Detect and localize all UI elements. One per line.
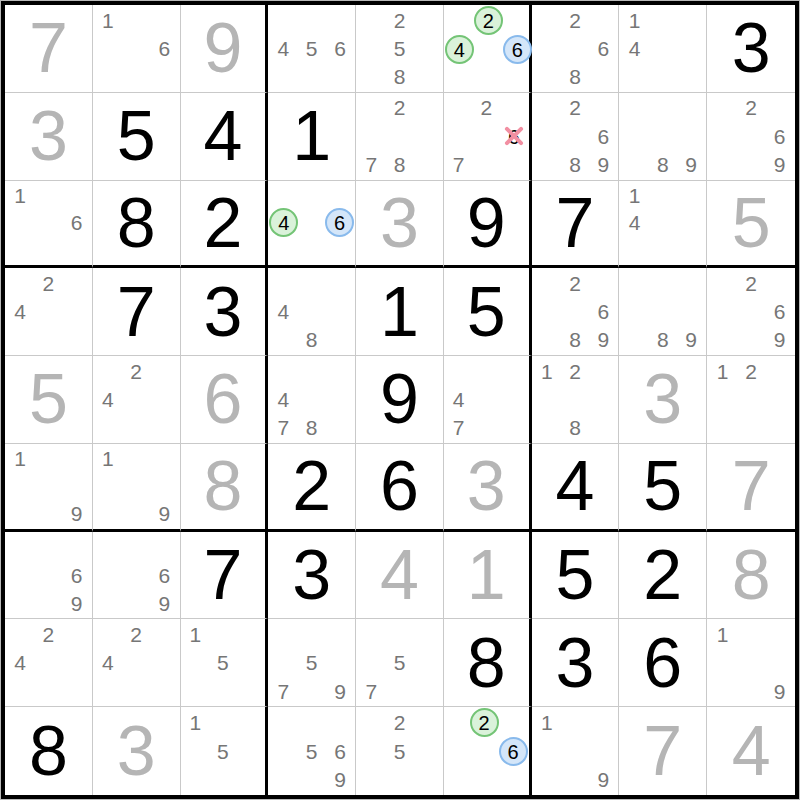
candidate-slot-7 <box>357 63 385 91</box>
given-digit: 7 <box>117 277 156 347</box>
cell-r3c1[interactable]: 16 <box>5 181 93 269</box>
candidate-slot-6: 6 <box>765 298 794 326</box>
cell-r2c7[interactable]: 2689 <box>532 93 620 181</box>
cell-r1c7[interactable]: 268 <box>532 5 620 93</box>
candidate-1: 1 <box>102 448 114 469</box>
cell-r9c7[interactable]: 19 <box>532 707 620 795</box>
candidate-slot-1 <box>533 6 561 34</box>
candidate-slot-1 <box>445 94 473 122</box>
given-digit: 2 <box>292 451 331 521</box>
candidate-5: 5 <box>394 38 406 59</box>
cell-r9c6[interactable]: 26 <box>444 707 532 795</box>
candidate-2: 2 <box>43 624 55 645</box>
candidate-slot-9 <box>63 326 91 354</box>
candidate-slot-7 <box>533 326 561 354</box>
candidate-slot-5 <box>561 298 589 326</box>
candidate-slot-4 <box>357 34 385 62</box>
candidate-slot-6 <box>677 122 705 150</box>
cell-r4c5[interactable]: 1 <box>356 268 444 356</box>
candidate-slot-2 <box>737 620 766 648</box>
cell-r2c2[interactable]: 5 <box>93 93 181 181</box>
candidate-1: 1 <box>629 185 641 206</box>
cell-r4c3[interactable]: 3 <box>181 268 269 356</box>
cell-r3c3[interactable]: 2 <box>181 181 269 269</box>
candidate-slot-9 <box>414 677 442 705</box>
candidate-7: 7 <box>278 417 290 438</box>
candidate-slot-5: 5 <box>385 649 413 677</box>
candidate-6: 6 <box>334 38 346 59</box>
candidate-6: 6 <box>774 126 786 147</box>
candidate-slot-1 <box>708 94 737 122</box>
candidate-9: 9 <box>685 154 697 175</box>
cell-r7c7[interactable]: 5 <box>532 532 620 620</box>
candidate-slot-2 <box>385 620 413 648</box>
cell-r4c8[interactable]: 89 <box>619 268 707 356</box>
cell-r7c8[interactable]: 2 <box>619 532 707 620</box>
candidate-slot-4 <box>533 298 561 326</box>
solved-digit: 3 <box>467 451 506 521</box>
candidate-slot-8: 8 <box>385 63 413 91</box>
cell-r8c2[interactable]: 24 <box>93 619 181 707</box>
candidate-slot-3 <box>503 6 532 35</box>
candidate-slot-9 <box>503 64 532 91</box>
cell-r8c8[interactable]: 6 <box>619 619 707 707</box>
candidate-slot-5 <box>34 298 62 326</box>
given-digit: 8 <box>467 628 506 698</box>
candidate-slot-5 <box>649 34 677 62</box>
green-circled-candidate-4: 4 <box>269 208 298 237</box>
candidate-slot-2 <box>122 6 150 34</box>
solved-digit: 8 <box>732 540 771 610</box>
candidate-slot-9: 9 <box>63 500 91 528</box>
candidate-slot-8 <box>122 677 150 705</box>
candidate-slot-2 <box>209 620 237 648</box>
cell-r6c1[interactable]: 19 <box>5 444 93 532</box>
cell-r7c6[interactable]: 1 <box>444 532 532 620</box>
candidate-slot-4 <box>708 298 737 326</box>
candidate-grid: 19 <box>708 620 794 705</box>
candidate-slot-4: 4 <box>445 35 474 64</box>
candidate-slot-1 <box>269 6 297 34</box>
cell-r3c2[interactable]: 8 <box>93 181 181 269</box>
candidate-9: 9 <box>774 681 786 702</box>
given-digit: 3 <box>556 628 595 698</box>
candidate-slot-6 <box>63 472 91 500</box>
candidate-slot-6: 6 <box>63 209 91 237</box>
candidate-grid: 14 <box>620 6 705 91</box>
candidate-slot-6: 6 <box>63 561 91 589</box>
candidate-slot-8: 8 <box>561 63 589 91</box>
candidate-slot-9: 9 <box>150 589 178 617</box>
candidate-slot-2 <box>649 269 677 297</box>
cell-r1c4[interactable]: 456 <box>268 5 356 93</box>
candidate-slot-3 <box>150 6 178 34</box>
cell-r3c6[interactable]: 9 <box>444 181 532 269</box>
candidate-grid: 89 <box>620 94 705 179</box>
candidate-slot-2 <box>34 445 62 473</box>
candidate-slot-8: 8 <box>649 150 677 178</box>
candidate-slot-2 <box>122 445 150 473</box>
candidate-1: 1 <box>717 361 729 382</box>
candidate-slot-4: 4 <box>620 34 648 62</box>
cell-r8c7[interactable]: 3 <box>532 619 620 707</box>
candidate-9: 9 <box>774 154 786 175</box>
candidate-grid: 258 <box>357 6 442 91</box>
candidate-slot-6 <box>414 122 442 150</box>
candidate-slot-7 <box>6 326 34 354</box>
cell-r5c3[interactable]: 6 <box>181 356 269 444</box>
candidate-2: 2 <box>394 712 406 733</box>
candidate-slot-2 <box>34 533 62 561</box>
candidate-slot-3 <box>237 708 265 737</box>
candidate-slot-1: 1 <box>6 445 34 473</box>
candidate-8: 8 <box>394 154 406 175</box>
candidate-slot-8 <box>474 64 503 91</box>
cell-r1c5[interactable]: 258 <box>356 5 444 93</box>
cell-r4c1[interactable]: 24 <box>5 268 93 356</box>
candidate-slot-8 <box>122 500 150 528</box>
candidate-slot-3 <box>63 269 91 297</box>
candidate-grid: 14 <box>620 182 705 265</box>
candidate-slot-3 <box>765 269 794 297</box>
candidate-slot-1 <box>357 620 385 648</box>
green-circled-candidate-4: 4 <box>445 35 474 64</box>
candidate-slot-2: 2 <box>122 357 150 385</box>
candidate-slot-1: 1 <box>182 708 210 737</box>
candidate-slot-4 <box>6 472 34 500</box>
candidate-slot-3 <box>765 620 794 648</box>
given-digit: 1 <box>380 277 419 347</box>
candidate-grid: 12 <box>708 357 794 442</box>
cell-r8c1[interactable]: 24 <box>5 619 93 707</box>
candidate-slot-3 <box>150 357 178 385</box>
cell-r2c4[interactable]: 1 <box>268 93 356 181</box>
cell-r9c9[interactable]: 4 <box>707 707 795 795</box>
candidate-slot-1: 1 <box>620 6 648 34</box>
candidate-slot-2 <box>34 182 62 210</box>
candidate-slot-8: 8 <box>385 150 413 178</box>
cell-r6c3[interactable]: 8 <box>181 444 269 532</box>
solved-digit: 7 <box>29 13 68 83</box>
candidate-slot-8 <box>649 237 677 265</box>
candidate-slot-6: 6 <box>500 122 528 150</box>
candidate-slot-6: 6 <box>326 737 354 766</box>
candidate-4: 4 <box>278 38 290 59</box>
cell-r8c4[interactable]: 579 <box>268 619 356 707</box>
candidate-slot-5 <box>474 35 503 64</box>
cell-r6c4[interactable]: 2 <box>268 444 356 532</box>
candidate-8: 8 <box>569 66 581 87</box>
given-digit: 5 <box>556 540 595 610</box>
candidate-slot-4 <box>708 649 737 677</box>
cell-r3c4[interactable]: 46 <box>268 181 356 269</box>
candidate-slot-1 <box>94 620 122 648</box>
candidate-slot-9: 9 <box>63 589 91 617</box>
cell-r7c5[interactable]: 4 <box>356 532 444 620</box>
candidate-slot-9 <box>500 414 528 442</box>
given-digit: 5 <box>467 277 506 347</box>
cell-r4c2[interactable]: 7 <box>93 268 181 356</box>
candidate-slot-6 <box>589 385 617 413</box>
cell-r5c5[interactable]: 9 <box>356 356 444 444</box>
candidate-slot-8 <box>34 677 62 705</box>
given-digit: 6 <box>643 628 682 698</box>
candidate-1: 1 <box>541 361 553 382</box>
candidate-slot-7 <box>620 326 648 354</box>
candidate-6: 6 <box>597 38 609 59</box>
given-digit: 8 <box>117 188 156 258</box>
candidate-4: 4 <box>14 301 26 322</box>
candidate-slot-6 <box>589 737 617 766</box>
candidate-slot-3 <box>414 94 442 122</box>
candidate-1: 1 <box>14 185 26 206</box>
candidate-slot-5 <box>122 561 150 589</box>
candidate-slot-6: 6 <box>150 34 178 62</box>
cell-r7c3[interactable]: 7 <box>181 532 269 620</box>
candidate-slot-9: 9 <box>765 326 794 354</box>
candidate-slot-7 <box>94 500 122 528</box>
given-digit: 1 <box>292 101 331 171</box>
candidate-grid: 48 <box>269 269 354 354</box>
cell-r7c4[interactable]: 3 <box>268 532 356 620</box>
cell-r5c8[interactable]: 3 <box>619 356 707 444</box>
candidate-slot-4: 4 <box>94 649 122 677</box>
candidate-slot-4 <box>533 122 561 150</box>
candidate-slot-9: 9 <box>589 326 617 354</box>
cell-r1c2[interactable]: 16 <box>93 5 181 93</box>
cell-r1c8[interactable]: 14 <box>619 5 707 93</box>
candidate-slot-6 <box>765 385 794 413</box>
candidate-slot-3 <box>677 94 705 122</box>
candidate-grid: 269 <box>708 94 794 179</box>
cell-r9c8[interactable]: 7 <box>619 707 707 795</box>
cell-r8c3[interactable]: 15 <box>181 619 269 707</box>
candidate-slot-2: 2 <box>737 357 766 385</box>
candidate-slot-9: 9 <box>765 150 794 178</box>
solved-digit: 8 <box>203 451 242 521</box>
cell-r6c5[interactable]: 6 <box>356 444 444 532</box>
given-digit: 3 <box>203 277 242 347</box>
cell-r2c6[interactable]: 267 <box>444 93 532 181</box>
candidate-6: 6 <box>71 565 83 586</box>
candidate-slot-5 <box>561 385 589 413</box>
candidate-4: 4 <box>453 389 465 410</box>
cell-r5c2[interactable]: 24 <box>93 356 181 444</box>
candidate-slot-9 <box>150 414 178 442</box>
candidate-slot-7 <box>708 326 737 354</box>
candidate-slot-1 <box>94 533 122 561</box>
candidate-slot-7 <box>94 414 122 442</box>
candidate-slot-4 <box>182 737 210 766</box>
cell-r4c7[interactable]: 2689 <box>532 268 620 356</box>
candidate-slot-7 <box>620 237 648 265</box>
candidate-slot-3 <box>589 708 617 737</box>
candidate-slot-8 <box>298 765 326 794</box>
cell-r1c9[interactable]: 3 <box>707 5 795 93</box>
given-digit: 6 <box>380 451 419 521</box>
candidate-8: 8 <box>569 417 581 438</box>
cell-r9c2[interactable]: 3 <box>93 707 181 795</box>
given-digit: 7 <box>203 540 242 610</box>
candidate-slot-3 <box>500 94 528 122</box>
candidate-slot-6 <box>414 737 442 766</box>
candidate-grid: 128 <box>533 357 618 442</box>
cell-r1c1[interactable]: 7 <box>5 5 93 93</box>
cell-r9c5[interactable]: 25 <box>356 707 444 795</box>
cell-r6c8[interactable]: 5 <box>619 444 707 532</box>
candidate-slot-4: 4 <box>6 298 34 326</box>
cell-r1c3[interactable]: 9 <box>181 5 269 93</box>
candidate-5: 5 <box>394 741 406 762</box>
candidate-slot-5 <box>561 34 589 62</box>
candidate-slot-6 <box>414 649 442 677</box>
candidate-slot-1 <box>445 357 473 385</box>
cell-r8c6[interactable]: 8 <box>444 619 532 707</box>
solved-digit: 7 <box>643 716 682 786</box>
candidate-slot-4 <box>6 561 34 589</box>
candidate-grid: 19 <box>6 445 91 528</box>
candidate-slot-5 <box>472 385 500 413</box>
cell-r5c6[interactable]: 47 <box>444 356 532 444</box>
candidate-slot-1 <box>269 357 297 385</box>
given-digit: 8 <box>29 716 68 786</box>
candidate-slot-9 <box>325 237 354 264</box>
cell-r6c6[interactable]: 3 <box>444 444 532 532</box>
candidate-slot-5 <box>649 122 677 150</box>
candidate-slot-8 <box>122 414 150 442</box>
candidate-slot-3 <box>589 269 617 297</box>
cell-r9c4[interactable]: 569 <box>268 707 356 795</box>
given-digit: 5 <box>117 101 156 171</box>
candidate-slot-9: 9 <box>326 677 354 705</box>
candidate-slot-5 <box>34 561 62 589</box>
cell-r1c6[interactable]: 246 <box>444 5 532 93</box>
candidate-slot-7 <box>708 677 737 705</box>
candidate-slot-4: 4 <box>445 385 473 413</box>
cell-r5c7[interactable]: 128 <box>532 356 620 444</box>
candidate-grid: 24 <box>6 620 91 705</box>
candidate-slot-3 <box>237 620 265 648</box>
candidate-slot-2: 2 <box>561 6 589 34</box>
cell-r7c9[interactable]: 8 <box>707 532 795 620</box>
candidate-slot-3 <box>499 708 528 737</box>
candidate-6: 6 <box>71 212 83 233</box>
cell-r5c1[interactable]: 5 <box>5 356 93 444</box>
cell-r4c9[interactable]: 269 <box>707 268 795 356</box>
cell-r2c9[interactable]: 269 <box>707 93 795 181</box>
cell-r6c7[interactable]: 4 <box>532 444 620 532</box>
candidate-slot-8: 8 <box>561 326 589 354</box>
cell-r3c9[interactable]: 5 <box>707 181 795 269</box>
candidate-slot-6: 6 <box>589 122 617 150</box>
cell-r3c8[interactable]: 14 <box>619 181 707 269</box>
candidate-5: 5 <box>306 38 318 59</box>
green-circled-candidate-2: 2 <box>470 708 499 737</box>
solved-digit: 5 <box>732 188 771 258</box>
candidate-slot-7 <box>6 237 34 265</box>
candidate-8: 8 <box>657 154 669 175</box>
cell-r4c4[interactable]: 48 <box>268 268 356 356</box>
candidate-slot-1 <box>6 620 34 648</box>
board-frame: 7169456258246268143354127826726898926916… <box>0 0 800 800</box>
candidate-2: 2 <box>130 624 142 645</box>
candidate-grid: 456 <box>269 6 354 91</box>
candidate-grid: 15 <box>182 708 265 794</box>
candidate-grid: 15 <box>182 620 265 705</box>
candidate-slot-5 <box>737 298 766 326</box>
candidate-slot-7 <box>533 63 561 91</box>
candidate-slot-6 <box>326 649 354 677</box>
cell-r2c3[interactable]: 4 <box>181 93 269 181</box>
cell-r5c4[interactable]: 478 <box>268 356 356 444</box>
cell-r2c1[interactable]: 3 <box>5 93 93 181</box>
candidate-slot-8 <box>472 414 500 442</box>
cell-r4c6[interactable]: 5 <box>444 268 532 356</box>
blue-circled-candidate-6: 6 <box>499 737 528 766</box>
cell-r2c8[interactable]: 89 <box>619 93 707 181</box>
cell-r8c9[interactable]: 19 <box>707 619 795 707</box>
cell-r7c2[interactable]: 69 <box>93 532 181 620</box>
cell-r3c5[interactable]: 3 <box>356 181 444 269</box>
candidate-slot-3 <box>500 357 528 385</box>
candidate-6: 6 <box>597 126 609 147</box>
candidate-2: 2 <box>569 10 581 31</box>
candidate-slot-1 <box>94 357 122 385</box>
candidate-slot-9 <box>326 326 354 354</box>
candidate-slot-1 <box>533 269 561 297</box>
candidate-slot-1 <box>357 6 385 34</box>
candidate-slot-6 <box>150 649 178 677</box>
candidate-slot-9 <box>237 677 265 705</box>
candidate-9: 9 <box>334 769 346 790</box>
candidate-slot-8 <box>737 677 766 705</box>
candidate-slot-8 <box>385 677 413 705</box>
candidate-slot-9 <box>414 150 442 178</box>
candidate-slot-1 <box>620 94 648 122</box>
candidate-slot-8 <box>209 765 237 794</box>
cell-r7c1[interactable]: 69 <box>5 532 93 620</box>
cell-r9c3[interactable]: 15 <box>181 707 269 795</box>
candidate-slot-3 <box>150 620 178 648</box>
candidate-slot-5 <box>298 208 325 237</box>
candidate-2: 2 <box>569 97 581 118</box>
solved-digit: 3 <box>117 716 156 786</box>
cell-r9c1[interactable]: 8 <box>5 707 93 795</box>
candidate-slot-5 <box>470 737 499 766</box>
candidate-slot-6 <box>150 385 178 413</box>
candidate-slot-9: 9 <box>765 677 794 705</box>
candidate-9: 9 <box>71 503 83 524</box>
cell-r8c5[interactable]: 57 <box>356 619 444 707</box>
cell-r3c7[interactable]: 7 <box>532 181 620 269</box>
candidate-slot-7 <box>269 326 297 354</box>
candidate-slot-5 <box>561 737 589 766</box>
candidate-8: 8 <box>657 329 669 350</box>
cell-r6c9[interactable]: 7 <box>707 444 795 532</box>
candidate-slot-4 <box>6 209 34 237</box>
candidate-slot-5 <box>34 649 62 677</box>
candidate-9: 9 <box>159 503 171 524</box>
candidate-8: 8 <box>306 417 318 438</box>
candidate-slot-9 <box>237 765 265 794</box>
cell-r2c5[interactable]: 278 <box>356 93 444 181</box>
candidate-slot-7 <box>445 64 474 91</box>
candidate-slot-4 <box>445 122 473 150</box>
cell-r5c9[interactable]: 12 <box>707 356 795 444</box>
candidate-slot-6: 6 <box>325 208 354 237</box>
cell-r6c2[interactable]: 19 <box>93 444 181 532</box>
candidate-4: 4 <box>629 38 641 59</box>
